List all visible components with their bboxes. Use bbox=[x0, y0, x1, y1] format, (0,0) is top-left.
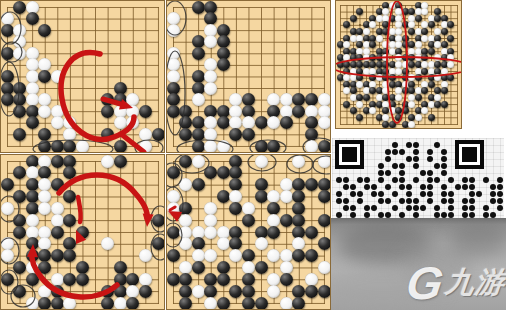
qr-module-dot bbox=[427, 184, 433, 190]
black-stone bbox=[204, 273, 217, 286]
qr-code-stone-art bbox=[332, 138, 504, 218]
qr-module-dot bbox=[497, 177, 503, 183]
qr-module-dot bbox=[462, 198, 468, 204]
black-stone bbox=[167, 226, 180, 239]
black-stone bbox=[13, 105, 26, 118]
qr-module-dot bbox=[392, 163, 398, 169]
black-stone bbox=[179, 202, 192, 215]
black-stone bbox=[38, 140, 51, 153]
black-stone bbox=[395, 114, 402, 121]
qr-module-dot bbox=[406, 142, 412, 148]
black-stone bbox=[415, 94, 422, 101]
black-stone bbox=[255, 116, 268, 129]
white-stone bbox=[408, 121, 415, 128]
black-stone bbox=[167, 273, 180, 286]
qr-module-dot bbox=[427, 177, 433, 183]
qr-finder-core bbox=[462, 147, 477, 162]
white-stone bbox=[139, 249, 152, 262]
white-stone bbox=[255, 237, 268, 250]
qr-module-dot bbox=[427, 198, 433, 204]
qr-module-dot bbox=[343, 205, 349, 211]
black-stone bbox=[242, 214, 255, 227]
qr-module-dot bbox=[350, 191, 356, 197]
black-stone bbox=[101, 105, 114, 118]
white-stone bbox=[408, 101, 415, 108]
qr-module-dot bbox=[427, 149, 433, 155]
black-stone bbox=[382, 61, 389, 68]
qr-module-dot bbox=[357, 177, 363, 183]
white-stone bbox=[126, 285, 139, 298]
black-stone bbox=[114, 155, 127, 168]
qr-module-dot bbox=[434, 205, 440, 211]
black-stone bbox=[305, 178, 318, 191]
qr-module-dot bbox=[420, 184, 426, 190]
qr-module-dot bbox=[371, 191, 377, 197]
white-stone bbox=[192, 155, 205, 168]
black-stone bbox=[428, 114, 435, 121]
black-stone bbox=[51, 226, 64, 239]
qr-finder-pattern bbox=[455, 140, 484, 169]
black-stone bbox=[114, 273, 127, 286]
black-stone bbox=[167, 166, 180, 179]
white-stone bbox=[376, 35, 383, 42]
black-stone bbox=[408, 28, 415, 35]
qr-module-dot bbox=[378, 170, 384, 176]
qr-module-dot bbox=[343, 184, 349, 190]
qr-module-dot bbox=[497, 205, 503, 211]
qr-module-dot bbox=[357, 198, 363, 204]
white-stone bbox=[1, 249, 14, 262]
white-stone bbox=[292, 155, 305, 168]
qr-module-dot bbox=[378, 198, 384, 204]
qr-module-dot bbox=[434, 163, 440, 169]
black-stone bbox=[441, 28, 448, 35]
black-stone bbox=[428, 48, 435, 55]
qr-module-dot bbox=[469, 184, 475, 190]
go-board-bottom-right bbox=[166, 154, 331, 310]
black-stone bbox=[51, 178, 64, 191]
black-stone bbox=[350, 15, 357, 22]
qr-module-dot bbox=[336, 191, 342, 197]
black-stone bbox=[139, 105, 152, 118]
qr-module-dot bbox=[392, 177, 398, 183]
white-stone bbox=[192, 93, 205, 106]
qr-module-dot bbox=[378, 191, 384, 197]
qr-module-dot bbox=[364, 205, 370, 211]
qr-module-dot bbox=[427, 156, 433, 162]
qr-module-dot bbox=[399, 177, 405, 183]
black-stone bbox=[152, 128, 165, 141]
black-stone bbox=[179, 273, 192, 286]
black-stone bbox=[76, 226, 89, 239]
qr-module-dot bbox=[413, 142, 419, 148]
white-stone bbox=[38, 202, 51, 215]
black-stone bbox=[389, 121, 396, 128]
qr-module-dot bbox=[336, 198, 342, 204]
black-stone bbox=[13, 214, 26, 227]
black-stone bbox=[13, 1, 26, 14]
qr-module-dot bbox=[469, 205, 475, 211]
black-stone bbox=[76, 273, 89, 286]
white-stone bbox=[382, 114, 389, 121]
black-stone bbox=[356, 114, 363, 121]
black-stone bbox=[101, 297, 114, 310]
black-stone bbox=[382, 121, 389, 128]
black-stone bbox=[179, 155, 192, 168]
black-stone bbox=[242, 285, 255, 298]
qr-module-dot bbox=[462, 177, 468, 183]
black-stone bbox=[356, 28, 363, 35]
white-stone bbox=[318, 116, 331, 129]
black-stone bbox=[255, 297, 268, 310]
qr-module-dot bbox=[413, 177, 419, 183]
qr-module-dot bbox=[455, 184, 461, 190]
white-stone bbox=[51, 273, 64, 286]
qr-module-dot bbox=[406, 205, 412, 211]
white-stone bbox=[204, 226, 217, 239]
qr-module-dot bbox=[476, 191, 482, 197]
qr-module-dot bbox=[490, 191, 496, 197]
black-stone bbox=[51, 297, 64, 310]
black-stone bbox=[13, 261, 26, 274]
black-stone bbox=[13, 128, 26, 141]
white-stone bbox=[167, 24, 180, 37]
white-stone bbox=[204, 214, 217, 227]
black-stone bbox=[1, 47, 14, 60]
qr-module-dot bbox=[469, 177, 475, 183]
qr-module-dot bbox=[399, 149, 405, 155]
qr-module-dot bbox=[371, 205, 377, 211]
black-stone bbox=[356, 61, 363, 68]
black-stone bbox=[38, 297, 51, 310]
black-stone bbox=[217, 273, 230, 286]
qr-module-dot bbox=[399, 184, 405, 190]
black-stone bbox=[101, 285, 114, 298]
white-stone bbox=[217, 140, 230, 153]
black-stone bbox=[114, 140, 127, 153]
black-stone bbox=[255, 140, 268, 153]
qr-module-dot bbox=[385, 156, 391, 162]
qr-module-dot bbox=[448, 191, 454, 197]
black-stone bbox=[179, 128, 192, 141]
black-stone bbox=[217, 297, 230, 310]
qr-module-dot bbox=[413, 149, 419, 155]
black-stone bbox=[292, 297, 305, 310]
blurred-caption-area: G 九游 bbox=[330, 218, 506, 310]
black-stone bbox=[292, 285, 305, 298]
white-stone bbox=[434, 28, 441, 35]
black-stone bbox=[305, 285, 318, 298]
black-stone bbox=[51, 155, 64, 168]
black-stone bbox=[434, 15, 441, 22]
black-stone bbox=[139, 285, 152, 298]
black-stone bbox=[280, 214, 293, 227]
qr-module-dot bbox=[392, 149, 398, 155]
black-stone bbox=[318, 214, 331, 227]
black-stone bbox=[343, 101, 350, 108]
qr-module-dot bbox=[497, 191, 503, 197]
black-stone bbox=[192, 261, 205, 274]
qr-module-dot bbox=[441, 163, 447, 169]
white-stone bbox=[26, 297, 39, 310]
white-stone bbox=[114, 116, 127, 129]
qr-module-dot bbox=[350, 184, 356, 190]
black-stone bbox=[369, 61, 376, 68]
white-stone bbox=[421, 61, 428, 68]
qr-module-dot bbox=[434, 177, 440, 183]
qr-module-dot bbox=[441, 198, 447, 204]
qr-module-dot bbox=[385, 198, 391, 204]
qr-finder-pattern bbox=[335, 140, 364, 169]
black-stone bbox=[192, 1, 205, 14]
black-stone bbox=[242, 273, 255, 286]
qr-module-dot bbox=[420, 170, 426, 176]
white-stone bbox=[267, 214, 280, 227]
qr-module-dot bbox=[427, 170, 433, 176]
white-stone bbox=[447, 61, 454, 68]
black-stone bbox=[343, 61, 350, 68]
black-stone bbox=[1, 178, 14, 191]
white-stone bbox=[76, 140, 89, 153]
qr-module-dot bbox=[364, 177, 370, 183]
qr-module-dot bbox=[385, 184, 391, 190]
qr-module-dot bbox=[357, 191, 363, 197]
black-stone bbox=[167, 249, 180, 262]
qr-module-dot bbox=[406, 184, 412, 190]
black-stone bbox=[179, 297, 192, 310]
black-stone bbox=[428, 21, 435, 28]
qr-module-dot bbox=[413, 205, 419, 211]
qr-module-dot bbox=[469, 191, 475, 197]
qr-module-dot bbox=[441, 156, 447, 162]
black-stone bbox=[192, 178, 205, 191]
black-stone bbox=[63, 140, 76, 153]
black-stone bbox=[363, 94, 370, 101]
black-stone bbox=[415, 15, 422, 22]
black-stone bbox=[434, 101, 441, 108]
black-stone bbox=[292, 105, 305, 118]
qr-module-dot bbox=[448, 198, 454, 204]
black-stone bbox=[441, 87, 448, 94]
black-stone bbox=[1, 24, 14, 37]
qr-module-dot bbox=[399, 163, 405, 169]
qr-module-dot bbox=[399, 170, 405, 176]
white-stone bbox=[204, 82, 217, 95]
white-stone bbox=[51, 202, 64, 215]
black-stone bbox=[318, 190, 331, 203]
qr-module-dot bbox=[364, 184, 370, 190]
black-stone bbox=[318, 285, 331, 298]
black-stone bbox=[13, 226, 26, 239]
white-stone bbox=[167, 202, 180, 215]
black-stone bbox=[51, 285, 64, 298]
black-stone bbox=[51, 140, 64, 153]
black-stone bbox=[242, 128, 255, 141]
black-stone bbox=[428, 81, 435, 88]
qr-module-dot bbox=[343, 198, 349, 204]
black-stone bbox=[292, 214, 305, 227]
black-stone bbox=[1, 93, 14, 106]
qr-module-dot bbox=[441, 149, 447, 155]
black-stone bbox=[305, 226, 318, 239]
black-stone bbox=[267, 140, 280, 153]
black-stone bbox=[192, 140, 205, 153]
go-board-summary bbox=[335, 0, 462, 129]
qr-module-dot bbox=[378, 177, 384, 183]
qr-module-dot bbox=[462, 205, 468, 211]
black-stone bbox=[318, 140, 331, 153]
qr-module-dot bbox=[392, 142, 398, 148]
qr-module-dot bbox=[469, 198, 475, 204]
qr-module-dot bbox=[413, 163, 419, 169]
black-stone bbox=[51, 249, 64, 262]
qr-module-dot bbox=[497, 198, 503, 204]
qr-module-dot bbox=[448, 205, 454, 211]
qr-module-dot bbox=[490, 198, 496, 204]
ninegame-watermark: G 九游 bbox=[407, 261, 505, 305]
black-stone bbox=[434, 61, 441, 68]
white-stone bbox=[267, 285, 280, 298]
go-board-top-right bbox=[166, 0, 331, 153]
black-stone bbox=[408, 114, 415, 121]
qr-module-dot bbox=[420, 191, 426, 197]
white-stone bbox=[1, 202, 14, 215]
white-stone bbox=[415, 114, 422, 121]
white-stone bbox=[363, 28, 370, 35]
ninegame-logo-text: 九游 bbox=[443, 263, 506, 303]
white-stone bbox=[318, 155, 331, 168]
white-stone bbox=[395, 61, 402, 68]
black-stone bbox=[408, 61, 415, 68]
white-stone bbox=[318, 261, 331, 274]
white-stone bbox=[421, 35, 428, 42]
black-stone bbox=[152, 237, 165, 250]
black-stone bbox=[255, 261, 268, 274]
white-stone bbox=[139, 273, 152, 286]
black-stone bbox=[217, 190, 230, 203]
white-stone bbox=[38, 285, 51, 298]
qr-finder-core bbox=[342, 147, 357, 162]
white-stone bbox=[114, 297, 127, 310]
go-board-bottom-left bbox=[0, 154, 165, 310]
qr-module-dot bbox=[406, 191, 412, 197]
qr-module-dot bbox=[434, 142, 440, 148]
qr-module-dot bbox=[441, 184, 447, 190]
hoshi-point bbox=[437, 24, 439, 26]
black-stone bbox=[63, 214, 76, 227]
black-stone bbox=[318, 237, 331, 250]
qr-module-dot bbox=[497, 184, 503, 190]
qr-module-dot bbox=[441, 170, 447, 176]
white-stone bbox=[179, 214, 192, 227]
white-stone bbox=[305, 273, 318, 286]
black-stone bbox=[280, 116, 293, 129]
white-stone bbox=[434, 94, 441, 101]
black-stone bbox=[280, 273, 293, 286]
qr-module-dot bbox=[392, 191, 398, 197]
qr-module-dot bbox=[343, 177, 349, 183]
qr-module-dot bbox=[371, 184, 377, 190]
black-stone bbox=[13, 190, 26, 203]
white-stone bbox=[139, 140, 152, 153]
white-stone bbox=[26, 214, 39, 227]
white-stone bbox=[51, 214, 64, 227]
black-stone bbox=[152, 214, 165, 227]
black-stone bbox=[421, 28, 428, 35]
white-stone bbox=[101, 155, 114, 168]
black-stone bbox=[421, 68, 428, 75]
black-stone bbox=[305, 249, 318, 262]
black-stone bbox=[267, 226, 280, 239]
white-stone bbox=[204, 297, 217, 310]
qr-module-dot bbox=[448, 177, 454, 183]
black-stone bbox=[402, 107, 409, 114]
white-stone bbox=[395, 94, 402, 101]
screenshot-collage: G 九游 bbox=[0, 0, 506, 310]
black-stone bbox=[447, 35, 454, 42]
white-stone bbox=[267, 273, 280, 286]
qr-module-dot bbox=[350, 205, 356, 211]
qr-module-dot bbox=[427, 191, 433, 197]
black-stone bbox=[192, 47, 205, 60]
white-stone bbox=[408, 94, 415, 101]
black-stone bbox=[415, 74, 422, 81]
qr-module-dot bbox=[406, 156, 412, 162]
white-stone bbox=[13, 47, 26, 60]
black-stone bbox=[167, 105, 180, 118]
black-stone bbox=[126, 297, 139, 310]
qr-module-dot bbox=[392, 205, 398, 211]
black-stone bbox=[229, 285, 242, 298]
black-stone bbox=[26, 12, 39, 25]
qr-module-dot bbox=[385, 170, 391, 176]
go-board-top-left bbox=[0, 0, 165, 153]
qr-module-dot bbox=[441, 191, 447, 197]
black-stone bbox=[382, 28, 389, 35]
black-stone bbox=[267, 202, 280, 215]
blur-blob bbox=[450, 224, 506, 256]
hoshi-point bbox=[359, 24, 361, 26]
white-stone bbox=[255, 155, 268, 168]
black-stone bbox=[38, 24, 51, 37]
black-stone bbox=[101, 128, 114, 141]
white-stone bbox=[395, 68, 402, 75]
black-stone bbox=[255, 190, 268, 203]
black-stone bbox=[356, 94, 363, 101]
white-stone bbox=[204, 202, 217, 215]
black-stone bbox=[242, 297, 255, 310]
qr-module-dot bbox=[413, 156, 419, 162]
qr-module-dot bbox=[406, 198, 412, 204]
black-stone bbox=[350, 107, 357, 114]
black-stone bbox=[305, 128, 318, 141]
black-stone bbox=[13, 285, 26, 298]
qr-module-dot bbox=[483, 205, 489, 211]
black-stone bbox=[26, 202, 39, 215]
white-stone bbox=[242, 202, 255, 215]
black-stone bbox=[179, 285, 192, 298]
qr-module-dot bbox=[462, 184, 468, 190]
black-stone bbox=[26, 273, 39, 286]
black-stone bbox=[441, 101, 448, 108]
qr-module-dot bbox=[413, 198, 419, 204]
white-stone bbox=[356, 101, 363, 108]
qr-module-dot bbox=[378, 163, 384, 169]
white-stone bbox=[356, 81, 363, 88]
white-stone bbox=[395, 28, 402, 35]
white-stone bbox=[280, 297, 293, 310]
black-stone bbox=[26, 116, 39, 129]
